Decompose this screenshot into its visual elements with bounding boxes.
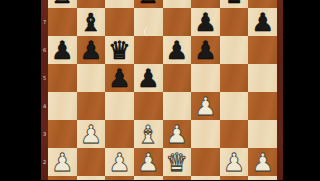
white-pawn[interactable]: ♟ xyxy=(166,122,188,147)
rank-label-7: 7 xyxy=(41,8,48,36)
square-e8[interactable] xyxy=(163,0,192,8)
square-e2[interactable]: ♛ xyxy=(163,148,192,176)
white-king[interactable]: ♚ xyxy=(223,178,245,181)
square-d6[interactable] xyxy=(134,36,163,64)
rank-label-5: 5 xyxy=(41,64,48,92)
square-h6[interactable] xyxy=(248,36,277,64)
black-pawn[interactable]: ♟ xyxy=(194,10,216,35)
square-g7[interactable] xyxy=(220,8,249,36)
black-pawn[interactable]: ♟ xyxy=(194,38,216,63)
square-f2[interactable] xyxy=(191,148,220,176)
white-queen[interactable]: ♛ xyxy=(166,150,188,175)
square-b1[interactable] xyxy=(77,176,106,180)
black-pawn[interactable]: ♟ xyxy=(251,10,273,35)
black-pawn[interactable]: ♟ xyxy=(80,38,102,63)
rank-label-4: 4 xyxy=(41,92,48,120)
square-a1[interactable]: ♜ xyxy=(48,176,77,180)
white-pawn[interactable]: ♟ xyxy=(80,122,102,147)
rank-label-1: 1 xyxy=(41,176,48,180)
square-d2[interactable]: ♟ xyxy=(134,148,163,176)
square-f4[interactable]: ♟ xyxy=(191,92,220,120)
rank-label-6: 6 xyxy=(41,36,48,64)
square-d1[interactable] xyxy=(134,176,163,180)
rank-labels: 87654321 xyxy=(41,0,48,180)
square-b4[interactable] xyxy=(77,92,106,120)
square-f7[interactable]: ♟ xyxy=(191,8,220,36)
square-b5[interactable] xyxy=(77,64,106,92)
square-c3[interactable] xyxy=(105,120,134,148)
white-rook[interactable]: ♜ xyxy=(194,178,216,181)
square-g4[interactable] xyxy=(220,92,249,120)
square-b3[interactable]: ♟ xyxy=(77,120,106,148)
black-rook[interactable]: ♜ xyxy=(137,0,159,7)
square-h1[interactable] xyxy=(248,176,277,180)
black-pawn[interactable]: ♟ xyxy=(108,66,130,91)
black-pawn[interactable]: ♟ xyxy=(51,38,73,63)
square-b6[interactable]: ♟ xyxy=(77,36,106,64)
white-pawn[interactable]: ♟ xyxy=(251,150,273,175)
square-d5[interactable]: ♟ xyxy=(134,64,163,92)
square-f1[interactable]: ♜ xyxy=(191,176,220,180)
square-a5[interactable] xyxy=(48,64,77,92)
square-d3[interactable]: ♝ xyxy=(134,120,163,148)
square-f6[interactable]: ♟ xyxy=(191,36,220,64)
square-h2[interactable]: ♟ xyxy=(248,148,277,176)
white-pawn[interactable]: ♟ xyxy=(223,150,245,175)
rank-label-2: 2 xyxy=(41,148,48,176)
black-pawn[interactable]: ♟ xyxy=(137,66,159,91)
white-bishop[interactable]: ♝ xyxy=(137,122,159,147)
square-b2[interactable] xyxy=(77,148,106,176)
square-h4[interactable] xyxy=(248,92,277,120)
square-e4[interactable] xyxy=(163,92,192,120)
chess-board[interactable]: ♜♜♚♝♟♟♟♟♛♟♟♟♟♟♟♝♟♟♟♟♛♟♟♜♜♚ xyxy=(48,0,277,180)
square-a2[interactable]: ♟ xyxy=(48,148,77,176)
square-a7[interactable] xyxy=(48,8,77,36)
square-g6[interactable] xyxy=(220,36,249,64)
square-c4[interactable] xyxy=(105,92,134,120)
square-g1[interactable]: ♚ xyxy=(220,176,249,180)
square-g8[interactable]: ♚ xyxy=(220,0,249,8)
square-a6[interactable]: ♟ xyxy=(48,36,77,64)
square-e3[interactable]: ♟ xyxy=(163,120,192,148)
square-g2[interactable]: ♟ xyxy=(220,148,249,176)
square-c1[interactable] xyxy=(105,176,134,180)
rank-label-3: 3 xyxy=(41,120,48,148)
white-rook[interactable]: ♜ xyxy=(51,178,73,181)
square-c2[interactable]: ♟ xyxy=(105,148,134,176)
square-g5[interactable] xyxy=(220,64,249,92)
square-h3[interactable] xyxy=(248,120,277,148)
square-c6[interactable]: ♛ xyxy=(105,36,134,64)
square-g3[interactable] xyxy=(220,120,249,148)
black-queen[interactable]: ♛ xyxy=(108,38,130,63)
square-f3[interactable] xyxy=(191,120,220,148)
square-c7[interactable] xyxy=(105,8,134,36)
white-pawn[interactable]: ♟ xyxy=(108,150,130,175)
white-pawn[interactable]: ♟ xyxy=(137,150,159,175)
square-a4[interactable] xyxy=(48,92,77,120)
square-a8[interactable]: ♜ xyxy=(48,0,77,8)
white-pawn[interactable]: ♟ xyxy=(51,150,73,175)
square-e1[interactable] xyxy=(163,176,192,180)
square-h8[interactable] xyxy=(248,0,277,8)
black-bishop[interactable]: ♝ xyxy=(80,10,102,35)
square-b8[interactable] xyxy=(77,0,106,8)
black-rook[interactable]: ♜ xyxy=(51,0,73,7)
rank-label-8: 8 xyxy=(41,0,48,8)
black-pawn[interactable]: ♟ xyxy=(166,38,188,63)
square-f5[interactable] xyxy=(191,64,220,92)
square-e7[interactable] xyxy=(163,8,192,36)
square-c8[interactable] xyxy=(105,0,134,8)
square-d8[interactable]: ♜ xyxy=(134,0,163,8)
black-king[interactable]: ♚ xyxy=(223,0,245,7)
video-frame: ♜♜♚♝♟♟♟♟♛♟♟♟♟♟♟♝♟♟♟♟♛♟♟♜♜♚ 87654321 xyxy=(0,0,320,180)
square-e5[interactable] xyxy=(163,64,192,92)
square-c5[interactable]: ♟ xyxy=(105,64,134,92)
square-e6[interactable]: ♟ xyxy=(163,36,192,64)
square-b7[interactable]: ♝ xyxy=(77,8,106,36)
square-h5[interactable] xyxy=(248,64,277,92)
square-d4[interactable] xyxy=(134,92,163,120)
white-pawn[interactable]: ♟ xyxy=(194,94,216,119)
square-f8[interactable] xyxy=(191,0,220,8)
square-a3[interactable] xyxy=(48,120,77,148)
square-h7[interactable]: ♟ xyxy=(248,8,277,36)
